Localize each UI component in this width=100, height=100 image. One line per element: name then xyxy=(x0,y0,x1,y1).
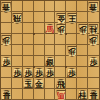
piece-kanji: 王 xyxy=(68,13,76,21)
piece-kanji: 飛 xyxy=(13,13,21,21)
board-square[interactable] xyxy=(66,1,77,12)
piece-kanji: 桂 xyxy=(79,91,87,99)
board-square[interactable] xyxy=(45,78,56,89)
piece-kanji: 香 xyxy=(90,2,98,10)
board-square[interactable] xyxy=(77,78,88,89)
piece-kanji: 歩 xyxy=(13,69,21,77)
board-square[interactable] xyxy=(88,45,99,56)
board-square[interactable] xyxy=(77,67,88,78)
board-square[interactable] xyxy=(1,23,12,34)
board-square[interactable] xyxy=(77,1,88,12)
piece-kanji: 金 xyxy=(35,80,43,88)
board-square[interactable] xyxy=(34,89,45,100)
board-square[interactable] xyxy=(55,34,66,45)
board-square[interactable] xyxy=(34,1,45,12)
piece-kanji: 歩 xyxy=(79,24,87,32)
board-square[interactable] xyxy=(66,78,77,89)
star-point xyxy=(65,66,67,68)
board-square[interactable] xyxy=(12,56,23,67)
board-square[interactable] xyxy=(34,45,45,56)
board-square[interactable] xyxy=(45,12,56,23)
board-square[interactable] xyxy=(23,12,34,23)
piece-kanji: 歩 xyxy=(90,58,98,66)
board-square[interactable] xyxy=(77,45,88,56)
board-square[interactable] xyxy=(1,78,12,89)
board-square[interactable] xyxy=(34,56,45,67)
piece-kanji: 香 xyxy=(2,2,10,10)
piece-kanji: 歩 xyxy=(35,69,43,77)
board-square[interactable] xyxy=(55,67,66,78)
board-square[interactable] xyxy=(34,12,45,23)
board-square[interactable] xyxy=(23,45,34,56)
board-square[interactable] xyxy=(12,1,23,12)
star-point xyxy=(65,33,67,35)
piece-kanji: 香 xyxy=(90,91,98,99)
board-square[interactable] xyxy=(34,23,45,34)
board-square[interactable] xyxy=(88,12,99,23)
piece-kanji: 歩 xyxy=(46,69,54,77)
board-square[interactable] xyxy=(12,78,23,89)
piece-kanji: 銀 xyxy=(46,58,54,66)
board-square[interactable] xyxy=(23,89,34,100)
board-square[interactable] xyxy=(77,34,88,45)
board-square[interactable] xyxy=(66,56,77,67)
piece-kanji: 歩 xyxy=(68,69,76,77)
board-square[interactable] xyxy=(45,45,56,56)
board-square[interactable] xyxy=(12,45,23,56)
piece-kanji: 飛 xyxy=(57,80,65,88)
board-square[interactable] xyxy=(12,89,23,100)
board-square[interactable] xyxy=(88,78,99,89)
board-square[interactable] xyxy=(55,45,66,56)
board-square[interactable] xyxy=(34,34,45,45)
board-square[interactable] xyxy=(55,1,66,12)
piece-kanji: 歩 xyxy=(24,69,32,77)
shogi-board: 香香飛金王馬歩歩桂歩歩歩歩銀歩歩歩歩歩歩玉金飛香馬桂香 xyxy=(0,0,100,100)
piece-kanji: 歩 xyxy=(2,35,10,43)
board-square[interactable] xyxy=(88,67,99,78)
board-square[interactable] xyxy=(77,12,88,23)
piece-kanji: 歩 xyxy=(90,35,98,43)
board-square[interactable] xyxy=(45,1,56,12)
board-square[interactable] xyxy=(66,34,77,45)
piece-kanji: 馬 xyxy=(46,25,54,33)
board-square[interactable] xyxy=(1,12,12,23)
piece-kanji: 桂 xyxy=(90,24,98,32)
board-square[interactable] xyxy=(45,34,56,45)
board-square[interactable] xyxy=(77,56,88,67)
board-square[interactable] xyxy=(1,45,12,56)
star-point xyxy=(33,33,35,35)
piece-kanji: 歩 xyxy=(68,46,76,54)
piece-kanji: 玉 xyxy=(24,80,32,88)
piece-kanji: 馬 xyxy=(57,90,65,98)
piece-kanji: 歩 xyxy=(57,24,65,32)
piece-kanji: 金 xyxy=(57,13,65,21)
board-square[interactable] xyxy=(23,34,34,45)
star-point xyxy=(33,66,35,68)
board-square[interactable] xyxy=(23,1,34,12)
board-square[interactable] xyxy=(66,89,77,100)
board-square[interactable] xyxy=(45,89,56,100)
piece-kanji: 歩 xyxy=(2,58,10,66)
board-square[interactable] xyxy=(12,23,23,34)
board-square[interactable] xyxy=(66,23,77,34)
board-square[interactable] xyxy=(1,67,12,78)
piece-kanji: 香 xyxy=(2,91,10,99)
board-square[interactable] xyxy=(12,34,23,45)
